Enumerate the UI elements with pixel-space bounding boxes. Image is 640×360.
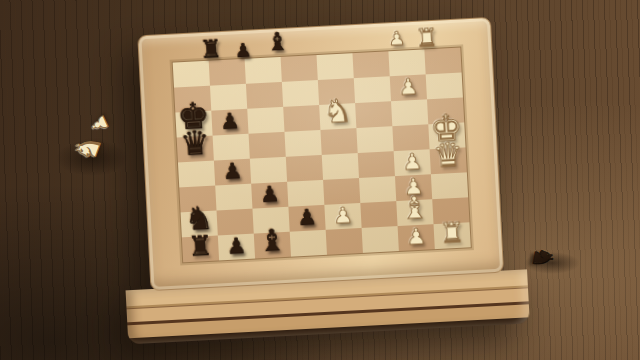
table-shadow bbox=[524, 252, 580, 274]
piece-white-pawn-g4[interactable]: ♟ bbox=[333, 204, 354, 227]
piece-white-pawn-e2[interactable]: ♟ bbox=[402, 151, 423, 174]
piece-white-pawn-b2[interactable]: ♟ bbox=[398, 76, 419, 99]
piece-black-rook-h8[interactable]: ♜ bbox=[188, 232, 214, 260]
piece-black-bishop-h6[interactable]: ♝ bbox=[258, 225, 286, 256]
piece-black-queen-d8[interactable]: ♛ bbox=[179, 126, 210, 161]
piece-white-rook-h1[interactable]: ♜ bbox=[439, 219, 465, 247]
piece-black-pawn-f6[interactable]: ♟ bbox=[259, 183, 280, 206]
piece-white-knight-c4[interactable]: ♞ bbox=[322, 94, 352, 127]
chess-box-lid: ♚♛♟♟♟♞♜♟♝♟♞♟♟♟♟♝♟♚♛♜ ♜♟♝ ♟♜ bbox=[137, 17, 504, 291]
piece-white-pawn-h2[interactable]: ♟ bbox=[406, 226, 427, 249]
piece-black-pawn-g5[interactable]: ♟ bbox=[297, 206, 318, 229]
piece-black-pawn-c7[interactable]: ♟ bbox=[219, 110, 240, 133]
captured-white-rook[interactable]: ♜ bbox=[415, 25, 439, 51]
chess-scene: { "game": "chess", "scene": "overhead ph… bbox=[0, 0, 640, 360]
captured-white-pawn[interactable]: ♟ bbox=[388, 28, 406, 48]
piece-white-bishop-g2[interactable]: ♝ bbox=[400, 192, 428, 223]
piece-black-pawn-e7[interactable]: ♟ bbox=[222, 160, 243, 183]
piece-black-pawn-h7[interactable]: ♟ bbox=[226, 235, 247, 258]
piece-white-queen-e1[interactable]: ♛ bbox=[432, 138, 463, 173]
chess-box: ♚♛♟♟♟♞♜♟♝♟♞♟♟♟♟♝♟♚♛♜ ♜♟♝ ♟♜ bbox=[112, 8, 530, 351]
